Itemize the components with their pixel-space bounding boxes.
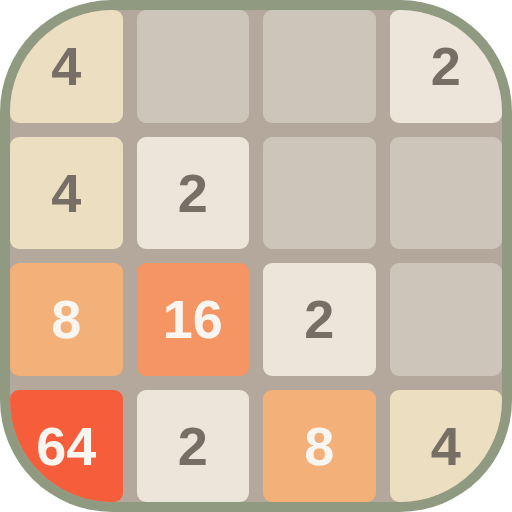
- tile-16-r3c2: 16: [137, 263, 250, 376]
- tile-4-r2c1: 4: [10, 137, 123, 250]
- tile-4-r1c1: 4: [10, 10, 123, 123]
- tile-2-r4c2: 2: [137, 390, 250, 503]
- tile-2-r3c3: 2: [263, 263, 376, 376]
- tile-4-r4c4: 4: [390, 390, 503, 503]
- tile-64-r4c1: 64: [10, 390, 123, 503]
- app-icon-frame: 4242816264284: [0, 0, 512, 512]
- empty-cell-r1c2: [137, 10, 250, 123]
- empty-cell-r2c4: [390, 137, 503, 250]
- tile-8-r4c3: 8: [263, 390, 376, 503]
- tile-2-r1c4: 2: [390, 10, 503, 123]
- empty-cell-r1c3: [263, 10, 376, 123]
- empty-cell-r2c3: [263, 137, 376, 250]
- board-grid[interactable]: 4242816264284: [10, 10, 502, 502]
- empty-cell-r3c4: [390, 263, 503, 376]
- tile-8-r3c1: 8: [10, 263, 123, 376]
- tile-2-r2c2: 2: [137, 137, 250, 250]
